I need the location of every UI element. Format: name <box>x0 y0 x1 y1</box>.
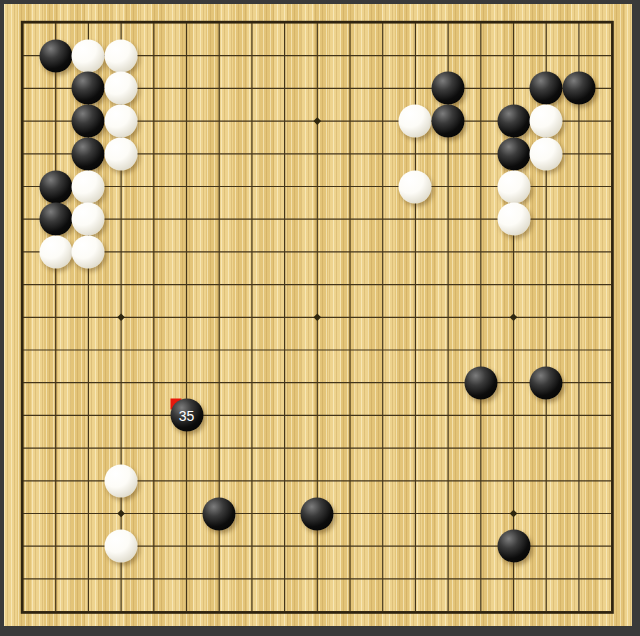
stone-white[interactable] <box>530 137 563 170</box>
stone-white[interactable] <box>105 530 138 563</box>
stone-black[interactable] <box>72 72 105 105</box>
star-point <box>313 313 321 321</box>
stone-black[interactable] <box>530 72 563 105</box>
stone-white[interactable] <box>497 170 530 203</box>
stone-white[interactable] <box>399 105 432 138</box>
stone-white[interactable] <box>105 464 138 497</box>
stone-white[interactable] <box>105 137 138 170</box>
stone-white[interactable] <box>399 170 432 203</box>
stone-white[interactable] <box>39 235 72 268</box>
star-point <box>117 313 125 321</box>
stone-black[interactable] <box>497 105 530 138</box>
stone-black[interactable] <box>497 530 530 563</box>
stone-white[interactable] <box>72 39 105 72</box>
stone-black[interactable] <box>39 39 72 72</box>
app-window: 35 <box>0 0 640 636</box>
star-point <box>510 313 518 321</box>
stone-black[interactable]: 35 <box>170 399 203 432</box>
stone-black[interactable] <box>497 137 530 170</box>
stone-white[interactable] <box>105 72 138 105</box>
star-point <box>117 510 125 518</box>
stone-black[interactable] <box>432 72 465 105</box>
stone-black[interactable] <box>72 105 105 138</box>
stone-black[interactable] <box>562 72 595 105</box>
stone-black[interactable] <box>301 497 334 530</box>
stone-white[interactable] <box>530 105 563 138</box>
stone-black[interactable] <box>432 105 465 138</box>
stone-black[interactable] <box>464 366 497 399</box>
stone-black[interactable] <box>203 497 236 530</box>
stone-white[interactable] <box>72 170 105 203</box>
stone-white[interactable] <box>72 235 105 268</box>
stone-white[interactable] <box>105 105 138 138</box>
star-point <box>510 510 518 518</box>
stone-black[interactable] <box>72 137 105 170</box>
stone-white[interactable] <box>72 203 105 236</box>
move-number-label: 35 <box>179 408 195 422</box>
stone-white[interactable] <box>497 203 530 236</box>
star-point <box>313 117 321 125</box>
stone-black[interactable] <box>39 203 72 236</box>
stone-black[interactable] <box>530 366 563 399</box>
stone-black[interactable] <box>39 170 72 203</box>
stone-white[interactable] <box>105 39 138 72</box>
